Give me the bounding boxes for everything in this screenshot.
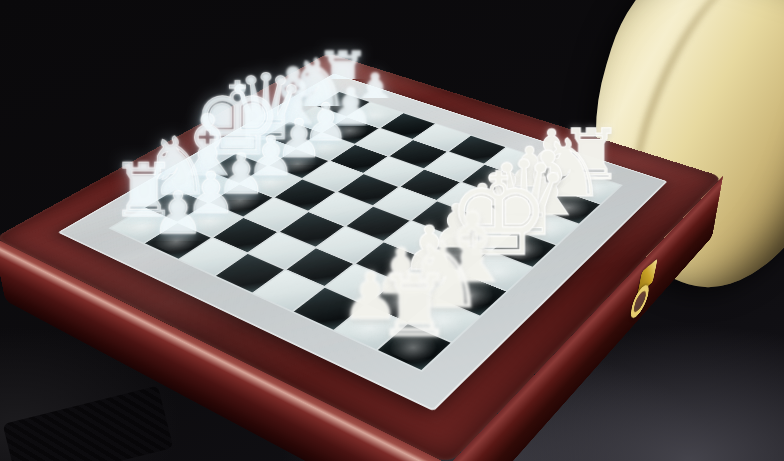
piece-clear-rook: ♜	[269, 0, 416, 104]
piece-glyph: ♝	[170, 107, 245, 187]
scene-3d: ♜♟♟♜♞♟♟♞♝♟♟♝♛♟♟♛♚♟♟♚♝♟♟♝♞♟♟♞♜♟♟♜	[0, 0, 784, 461]
piece-glyph: ♜	[560, 121, 623, 188]
piece-clear-knight: ♞	[243, 0, 393, 119]
chess-board: ♜♟♟♜♞♟♟♞♝♟♟♝♛♟♟♛♚♟♟♚♝♟♟♝♞♟♟♞♜♟♟♜	[108, 91, 623, 372]
square-f2: ♟	[210, 184, 272, 216]
square-g5	[287, 248, 353, 286]
piece-glyph: ♜	[315, 45, 371, 104]
piece-glyph: ♜	[110, 155, 176, 225]
square-f1: ♝	[177, 171, 238, 202]
piece-clear-rook: ♜	[56, 71, 230, 225]
wooden-case-top: ♜♟♟♜♞♟♟♞♝♟♟♝♛♟♟♛♚♟♟♚♝♟♟♝♞♟♟♞♜♟♟♜	[0, 53, 722, 461]
piece-glyph: ♟	[528, 123, 576, 174]
photo-stage: ♜♟♟♜♞♟♟♞♝♟♟♝♛♟♟♛♚♟♟♚♝♟♟♝♞♟♟♞♜♟♟♜	[0, 0, 784, 461]
square-h6	[294, 288, 364, 330]
wooden-case: ♜♟♟♜♞♟♟♞♝♟♟♝♛♟♟♛♚♟♟♚♝♟♟♝♞♟♟♞♜♟♟♜	[0, 53, 722, 461]
piece-clear-pawn: ♟	[300, 0, 449, 115]
piece-glyph: ♞	[141, 129, 213, 205]
square-d8: ♛	[492, 231, 555, 267]
